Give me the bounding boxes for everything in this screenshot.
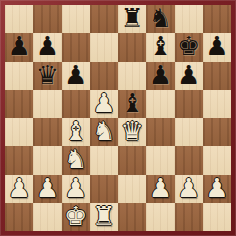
square-a8[interactable] bbox=[5, 5, 33, 33]
black-rook: ♜ bbox=[120, 5, 143, 31]
black-queen: ♛ bbox=[36, 62, 59, 88]
square-a1[interactable] bbox=[5, 203, 33, 231]
black-bishop: ♝ bbox=[149, 33, 172, 59]
square-b5[interactable] bbox=[33, 90, 61, 118]
square-a7[interactable]: ♟ bbox=[5, 33, 33, 61]
square-a6[interactable] bbox=[5, 62, 33, 90]
white-rook: ♜ bbox=[92, 203, 115, 229]
white-knight: ♞ bbox=[64, 146, 87, 172]
square-h8[interactable] bbox=[203, 5, 231, 33]
square-d1[interactable]: ♜ bbox=[90, 203, 118, 231]
white-king: ♚ bbox=[64, 203, 87, 229]
square-e1[interactable] bbox=[118, 203, 146, 231]
black-pawn: ♟ bbox=[36, 33, 59, 59]
square-d3[interactable] bbox=[90, 146, 118, 174]
square-b1[interactable] bbox=[33, 203, 61, 231]
square-e7[interactable] bbox=[118, 33, 146, 61]
square-c1[interactable]: ♚ bbox=[62, 203, 90, 231]
square-b3[interactable] bbox=[33, 146, 61, 174]
square-b8[interactable] bbox=[33, 5, 61, 33]
square-c2[interactable]: ♟ bbox=[62, 175, 90, 203]
square-e2[interactable] bbox=[118, 175, 146, 203]
square-b6[interactable]: ♛ bbox=[33, 62, 61, 90]
square-d2[interactable] bbox=[90, 175, 118, 203]
square-f6[interactable]: ♟ bbox=[146, 62, 174, 90]
square-a4[interactable] bbox=[5, 118, 33, 146]
square-g2[interactable]: ♟ bbox=[175, 175, 203, 203]
square-a3[interactable] bbox=[5, 146, 33, 174]
white-pawn: ♟ bbox=[92, 90, 115, 116]
square-e4[interactable]: ♛ bbox=[118, 118, 146, 146]
white-pawn: ♟ bbox=[64, 175, 87, 201]
black-knight: ♞ bbox=[149, 5, 172, 31]
square-c3[interactable]: ♞ bbox=[62, 146, 90, 174]
square-f8[interactable]: ♞ bbox=[146, 5, 174, 33]
square-g6[interactable]: ♟ bbox=[175, 62, 203, 90]
white-queen: ♛ bbox=[120, 118, 143, 144]
square-g4[interactable] bbox=[175, 118, 203, 146]
square-f2[interactable]: ♟ bbox=[146, 175, 174, 203]
square-c6[interactable]: ♟ bbox=[62, 62, 90, 90]
square-g3[interactable] bbox=[175, 146, 203, 174]
square-e3[interactable] bbox=[118, 146, 146, 174]
square-f1[interactable] bbox=[146, 203, 174, 231]
black-pawn: ♟ bbox=[7, 33, 30, 59]
square-c4[interactable]: ♝ bbox=[62, 118, 90, 146]
square-c7[interactable] bbox=[62, 33, 90, 61]
square-d7[interactable] bbox=[90, 33, 118, 61]
white-bishop: ♝ bbox=[64, 118, 87, 144]
white-pawn: ♟ bbox=[177, 175, 200, 201]
square-b7[interactable]: ♟ bbox=[33, 33, 61, 61]
black-pawn: ♟ bbox=[64, 62, 87, 88]
square-f7[interactable]: ♝ bbox=[146, 33, 174, 61]
square-d6[interactable] bbox=[90, 62, 118, 90]
square-h1[interactable] bbox=[203, 203, 231, 231]
square-c8[interactable] bbox=[62, 5, 90, 33]
square-h7[interactable]: ♟ bbox=[203, 33, 231, 61]
square-h5[interactable] bbox=[203, 90, 231, 118]
square-c5[interactable] bbox=[62, 90, 90, 118]
square-g5[interactable] bbox=[175, 90, 203, 118]
white-pawn: ♟ bbox=[36, 175, 59, 201]
square-f3[interactable] bbox=[146, 146, 174, 174]
black-bishop: ♝ bbox=[120, 90, 143, 116]
square-h3[interactable] bbox=[203, 146, 231, 174]
chess-board-frame: ♜♞♟♟♝♚♟♛♟♟♟♟♝♝♞♛♞♟♟♟♟♟♟♚♜ bbox=[0, 0, 236, 236]
square-h4[interactable] bbox=[203, 118, 231, 146]
square-e6[interactable] bbox=[118, 62, 146, 90]
square-b4[interactable] bbox=[33, 118, 61, 146]
black-pawn: ♟ bbox=[177, 62, 200, 88]
square-b2[interactable]: ♟ bbox=[33, 175, 61, 203]
square-h6[interactable] bbox=[203, 62, 231, 90]
square-d4[interactable]: ♞ bbox=[90, 118, 118, 146]
square-e8[interactable]: ♜ bbox=[118, 5, 146, 33]
white-knight: ♞ bbox=[92, 118, 115, 144]
square-f4[interactable] bbox=[146, 118, 174, 146]
square-f5[interactable] bbox=[146, 90, 174, 118]
square-e5[interactable]: ♝ bbox=[118, 90, 146, 118]
black-king: ♚ bbox=[177, 33, 200, 59]
square-g7[interactable]: ♚ bbox=[175, 33, 203, 61]
square-h2[interactable]: ♟ bbox=[203, 175, 231, 203]
square-d5[interactable]: ♟ bbox=[90, 90, 118, 118]
square-a5[interactable] bbox=[5, 90, 33, 118]
white-pawn: ♟ bbox=[7, 175, 30, 201]
white-pawn: ♟ bbox=[205, 175, 228, 201]
white-pawn: ♟ bbox=[149, 175, 172, 201]
black-pawn: ♟ bbox=[205, 33, 228, 59]
square-g1[interactable] bbox=[175, 203, 203, 231]
chess-board: ♜♞♟♟♝♚♟♛♟♟♟♟♝♝♞♛♞♟♟♟♟♟♟♚♜ bbox=[5, 5, 231, 231]
black-pawn: ♟ bbox=[149, 62, 172, 88]
square-g8[interactable] bbox=[175, 5, 203, 33]
square-a2[interactable]: ♟ bbox=[5, 175, 33, 203]
square-d8[interactable] bbox=[90, 5, 118, 33]
